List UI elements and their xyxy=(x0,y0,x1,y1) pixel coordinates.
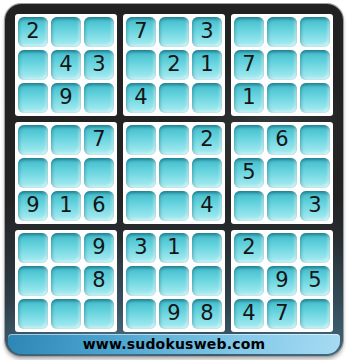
given-digit: 4 xyxy=(200,195,213,216)
sudoku-grid: 2439732147179162465398319829547 xyxy=(15,14,333,332)
cell-r2c3[interactable]: 3 xyxy=(84,50,114,80)
cell-r9c6[interactable]: 8 xyxy=(192,299,222,329)
given-digit: 8 xyxy=(200,303,213,324)
given-digit: 2 xyxy=(26,21,39,42)
sudoku-box-4: 7916 xyxy=(15,122,117,224)
cell-r1c3[interactable] xyxy=(84,17,114,47)
given-digit: 3 xyxy=(308,195,321,216)
cell-r7c7[interactable]: 2 xyxy=(234,233,264,263)
cell-r6c6[interactable]: 4 xyxy=(192,191,222,221)
cell-r8c5[interactable] xyxy=(159,266,189,296)
given-digit: 3 xyxy=(200,21,213,42)
cell-r2c9[interactable] xyxy=(300,50,330,80)
given-digit: 2 xyxy=(242,237,255,258)
cell-r4c5[interactable] xyxy=(159,125,189,155)
cell-r3c6[interactable] xyxy=(192,83,222,113)
cell-r4c8[interactable]: 6 xyxy=(267,125,297,155)
cell-r7c1[interactable] xyxy=(18,233,48,263)
cell-r6c9[interactable]: 3 xyxy=(300,191,330,221)
cell-r1c6[interactable]: 3 xyxy=(192,17,222,47)
cell-r3c8[interactable] xyxy=(267,83,297,113)
cell-r2c1[interactable] xyxy=(18,50,48,80)
cell-r6c8[interactable] xyxy=(267,191,297,221)
given-digit: 3 xyxy=(134,237,147,258)
cell-r9c7[interactable]: 4 xyxy=(234,299,264,329)
cell-r9c1[interactable] xyxy=(18,299,48,329)
cell-r1c9[interactable] xyxy=(300,17,330,47)
cell-r8c3[interactable]: 8 xyxy=(84,266,114,296)
given-digit: 7 xyxy=(242,54,255,75)
sudoku-box-9: 29547 xyxy=(231,230,333,332)
sudoku-board-frame: 2439732147179162465398319829547 www.sudo… xyxy=(5,4,343,356)
given-digit: 1 xyxy=(242,87,255,108)
cell-r5c7[interactable]: 5 xyxy=(234,158,264,188)
cell-r5c4[interactable] xyxy=(126,158,156,188)
sudoku-box-1: 2439 xyxy=(15,14,117,116)
cell-r5c2[interactable] xyxy=(51,158,81,188)
site-footer-bar: www.sudokusweb.com xyxy=(8,334,340,354)
given-digit: 1 xyxy=(59,195,72,216)
cell-r3c1[interactable] xyxy=(18,83,48,113)
sudoku-box-2: 73214 xyxy=(123,14,225,116)
given-digit: 9 xyxy=(59,87,72,108)
cell-r4c3[interactable]: 7 xyxy=(84,125,114,155)
cell-r2c5[interactable]: 2 xyxy=(159,50,189,80)
sudoku-box-8: 3198 xyxy=(123,230,225,332)
cell-r2c8[interactable] xyxy=(267,50,297,80)
cell-r3c9[interactable] xyxy=(300,83,330,113)
cell-r3c3[interactable] xyxy=(84,83,114,113)
cell-r1c5[interactable] xyxy=(159,17,189,47)
cell-r1c8[interactable] xyxy=(267,17,297,47)
cell-r8c2[interactable] xyxy=(51,266,81,296)
sudoku-box-6: 653 xyxy=(231,122,333,224)
given-digit: 4 xyxy=(59,54,72,75)
cell-r7c6[interactable] xyxy=(192,233,222,263)
cell-r4c4[interactable] xyxy=(126,125,156,155)
cell-r4c7[interactable] xyxy=(234,125,264,155)
given-digit: 4 xyxy=(242,303,255,324)
cell-r5c5[interactable] xyxy=(159,158,189,188)
cell-r1c1[interactable]: 2 xyxy=(18,17,48,47)
cell-r8c7[interactable] xyxy=(234,266,264,296)
cell-r5c1[interactable] xyxy=(18,158,48,188)
cell-r2c2[interactable]: 4 xyxy=(51,50,81,80)
cell-r5c6[interactable] xyxy=(192,158,222,188)
cell-r3c4[interactable]: 4 xyxy=(126,83,156,113)
given-digit: 4 xyxy=(134,87,147,108)
given-digit: 8 xyxy=(92,270,105,291)
cell-r5c3[interactable] xyxy=(84,158,114,188)
cell-r1c4[interactable]: 7 xyxy=(126,17,156,47)
cell-r2c4[interactable] xyxy=(126,50,156,80)
given-digit: 1 xyxy=(167,237,180,258)
given-digit: 9 xyxy=(26,195,39,216)
cell-r6c7[interactable] xyxy=(234,191,264,221)
cell-r9c2[interactable] xyxy=(51,299,81,329)
given-digit: 6 xyxy=(92,195,105,216)
cell-r9c5[interactable]: 9 xyxy=(159,299,189,329)
cell-r4c6[interactable]: 2 xyxy=(192,125,222,155)
cell-r8c4[interactable] xyxy=(126,266,156,296)
cell-r6c1[interactable]: 9 xyxy=(18,191,48,221)
cell-r3c7[interactable]: 1 xyxy=(234,83,264,113)
given-digit: 9 xyxy=(92,237,105,258)
cell-r3c2[interactable]: 9 xyxy=(51,83,81,113)
given-digit: 3 xyxy=(92,54,105,75)
cell-r4c2[interactable] xyxy=(51,125,81,155)
cell-r2c7[interactable]: 7 xyxy=(234,50,264,80)
cell-r7c2[interactable] xyxy=(51,233,81,263)
sudoku-box-7: 98 xyxy=(15,230,117,332)
cell-r7c8[interactable] xyxy=(267,233,297,263)
given-digit: 1 xyxy=(200,54,213,75)
given-digit: 7 xyxy=(92,129,105,150)
cell-r7c9[interactable] xyxy=(300,233,330,263)
sudoku-box-3: 71 xyxy=(231,14,333,116)
cell-r8c9[interactable]: 5 xyxy=(300,266,330,296)
given-digit: 6 xyxy=(275,129,288,150)
sudoku-box-5: 24 xyxy=(123,122,225,224)
cell-r9c9[interactable] xyxy=(300,299,330,329)
given-digit: 7 xyxy=(134,21,147,42)
cell-r8c8[interactable]: 9 xyxy=(267,266,297,296)
cell-r1c7[interactable] xyxy=(234,17,264,47)
cell-r5c8[interactable] xyxy=(267,158,297,188)
cell-r8c1[interactable] xyxy=(18,266,48,296)
cell-r9c8[interactable]: 7 xyxy=(267,299,297,329)
cell-r1c2[interactable] xyxy=(51,17,81,47)
given-digit: 9 xyxy=(167,303,180,324)
site-url[interactable]: www.sudokusweb.com xyxy=(83,336,266,352)
given-digit: 2 xyxy=(200,129,213,150)
given-digit: 2 xyxy=(167,54,180,75)
cell-r5c9[interactable] xyxy=(300,158,330,188)
cell-r4c1[interactable] xyxy=(18,125,48,155)
cell-r7c3[interactable]: 9 xyxy=(84,233,114,263)
cell-r6c5[interactable] xyxy=(159,191,189,221)
cell-r4c9[interactable] xyxy=(300,125,330,155)
cell-r8c6[interactable] xyxy=(192,266,222,296)
given-digit: 7 xyxy=(275,303,288,324)
cell-r6c3[interactable]: 6 xyxy=(84,191,114,221)
cell-r2c6[interactable]: 1 xyxy=(192,50,222,80)
given-digit: 5 xyxy=(308,270,321,291)
cell-r9c3[interactable] xyxy=(84,299,114,329)
cell-r6c4[interactable] xyxy=(126,191,156,221)
given-digit: 9 xyxy=(275,270,288,291)
cell-r7c5[interactable]: 1 xyxy=(159,233,189,263)
cell-r6c2[interactable]: 1 xyxy=(51,191,81,221)
given-digit: 5 xyxy=(242,162,255,183)
cell-r3c5[interactable] xyxy=(159,83,189,113)
cell-r7c4[interactable]: 3 xyxy=(126,233,156,263)
cell-r9c4[interactable] xyxy=(126,299,156,329)
